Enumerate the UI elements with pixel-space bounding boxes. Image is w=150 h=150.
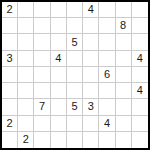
cell-r5c5[interactable] [67, 67, 83, 83]
cell-r8c2[interactable] [18, 116, 34, 132]
cell-r8c9[interactable] [132, 116, 148, 132]
cell-r6c6[interactable] [83, 83, 99, 99]
cell-r7c1[interactable] [2, 99, 18, 115]
cell-r3c8[interactable] [116, 34, 132, 50]
cell-r7c5-clue: 5 [67, 99, 83, 115]
cell-r8c5[interactable] [67, 116, 83, 132]
cell-r4c4-clue: 4 [51, 51, 67, 67]
cell-r7c3-clue: 7 [34, 99, 50, 115]
cell-r5c8[interactable] [116, 67, 132, 83]
cell-r5c6[interactable] [83, 67, 99, 83]
cell-r3c5-clue: 5 [67, 34, 83, 50]
cell-r8c6[interactable] [83, 116, 99, 132]
cell-r1c4[interactable] [51, 2, 67, 18]
cell-r4c1-clue: 3 [2, 51, 18, 67]
cell-r2c3[interactable] [34, 18, 50, 34]
cell-r4c6[interactable] [83, 51, 99, 67]
cell-r6c5[interactable] [67, 83, 83, 99]
cell-r1c8[interactable] [116, 2, 132, 18]
cell-r3c7[interactable] [99, 34, 115, 50]
cell-r5c9[interactable] [132, 67, 148, 83]
cell-r2c2[interactable] [18, 18, 34, 34]
cell-r2c9[interactable] [132, 18, 148, 34]
cell-r9c3[interactable] [34, 132, 50, 148]
cell-r6c7[interactable] [99, 83, 115, 99]
cell-r9c8[interactable] [116, 132, 132, 148]
cell-r9c7[interactable] [99, 132, 115, 148]
cell-r5c1[interactable] [2, 67, 18, 83]
cell-r5c4[interactable] [51, 67, 67, 83]
cell-r4c2[interactable] [18, 51, 34, 67]
cell-r7c9[interactable] [132, 99, 148, 115]
cell-r3c9[interactable] [132, 34, 148, 50]
cell-r9c2-clue: 2 [18, 132, 34, 148]
puzzle-board: 248534464753242 [0, 0, 150, 150]
cell-r7c7[interactable] [99, 99, 115, 115]
cell-r9c5[interactable] [67, 132, 83, 148]
cell-r9c9[interactable] [132, 132, 148, 148]
cell-r7c6-clue: 3 [83, 99, 99, 115]
cell-r8c3[interactable] [34, 116, 50, 132]
cell-r4c5[interactable] [67, 51, 83, 67]
cell-r8c7-clue: 4 [99, 116, 115, 132]
cell-r9c1[interactable] [2, 132, 18, 148]
cell-r1c6-clue: 4 [83, 2, 99, 18]
cell-r5c2[interactable] [18, 67, 34, 83]
cell-r3c1[interactable] [2, 34, 18, 50]
cell-r6c2[interactable] [18, 83, 34, 99]
cell-r4c7[interactable] [99, 51, 115, 67]
cell-r2c1[interactable] [2, 18, 18, 34]
cell-r4c9-clue: 4 [132, 51, 148, 67]
cell-r9c6[interactable] [83, 132, 99, 148]
cell-r1c3[interactable] [34, 2, 50, 18]
cell-r9c4[interactable] [51, 132, 67, 148]
cell-r6c8[interactable] [116, 83, 132, 99]
cell-r7c8[interactable] [116, 99, 132, 115]
cell-r6c9-clue: 4 [132, 83, 148, 99]
cell-r2c8-clue: 8 [116, 18, 132, 34]
cell-r1c5[interactable] [67, 2, 83, 18]
cell-r8c4[interactable] [51, 116, 67, 132]
cell-r8c8[interactable] [116, 116, 132, 132]
cell-r3c3[interactable] [34, 34, 50, 50]
cell-r1c9[interactable] [132, 2, 148, 18]
cell-r4c8[interactable] [116, 51, 132, 67]
cell-r6c1[interactable] [2, 83, 18, 99]
cell-r2c6[interactable] [83, 18, 99, 34]
cell-r5c3[interactable] [34, 67, 50, 83]
cell-r2c7[interactable] [99, 18, 115, 34]
cell-r1c2[interactable] [18, 2, 34, 18]
cell-r2c5[interactable] [67, 18, 83, 34]
cell-r1c1-clue: 2 [2, 2, 18, 18]
cell-r2c4[interactable] [51, 18, 67, 34]
cell-r1c7[interactable] [99, 2, 115, 18]
cell-r7c2[interactable] [18, 99, 34, 115]
cell-r6c4[interactable] [51, 83, 67, 99]
cell-r3c2[interactable] [18, 34, 34, 50]
cell-r3c6[interactable] [83, 34, 99, 50]
cell-r3c4[interactable] [51, 34, 67, 50]
cell-r8c1-clue: 2 [2, 116, 18, 132]
cell-r6c3[interactable] [34, 83, 50, 99]
cell-r7c4[interactable] [51, 99, 67, 115]
cell-r4c3[interactable] [34, 51, 50, 67]
cell-r5c7-clue: 6 [99, 67, 115, 83]
